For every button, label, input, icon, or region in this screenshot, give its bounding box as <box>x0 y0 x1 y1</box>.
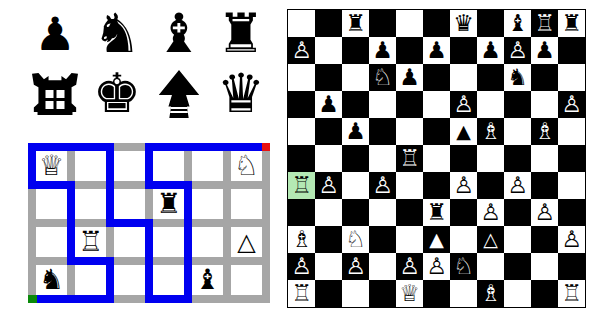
board-cell[interactable]: ♟ <box>477 37 504 64</box>
white-pawn: ♙ <box>345 255 366 278</box>
board-cell[interactable] <box>315 199 342 226</box>
board-cell[interactable]: ♟ <box>369 37 396 64</box>
board-cell[interactable]: ♘ <box>369 64 396 91</box>
maze-piece-white-queen: ♕ <box>36 151 67 181</box>
white-pawn: ♙ <box>453 174 474 197</box>
board-cell[interactable] <box>288 91 315 118</box>
board-cell[interactable] <box>450 145 477 172</box>
board-cell[interactable] <box>315 145 342 172</box>
board-cell[interactable] <box>504 226 531 253</box>
board-cell[interactable] <box>342 199 369 226</box>
board-cell[interactable] <box>396 37 423 64</box>
board-cell[interactable]: ♛ <box>450 10 477 37</box>
black-pawn: ♟ <box>372 39 393 62</box>
board-cell[interactable]: ♞ <box>504 64 531 91</box>
white-rook: ♖ <box>399 147 420 170</box>
board-cell[interactable]: ♟ <box>342 118 369 145</box>
board-cell[interactable] <box>342 64 369 91</box>
board-cell[interactable]: ♖ <box>288 280 315 307</box>
board-cell[interactable] <box>342 145 369 172</box>
maze-piece-black-knight: ♞ <box>36 265 67 295</box>
black-pawn: ♟ <box>534 39 555 62</box>
board-cell[interactable]: ♙ <box>423 253 450 280</box>
piece-legend-panel: ♟♞♝♜♚♛ <box>24 4 276 126</box>
board-cell[interactable]: ♙ <box>504 172 531 199</box>
board-cell[interactable] <box>531 64 558 91</box>
maze-piece-black-bishop: ♝ <box>192 265 223 295</box>
white-queen: ♕ <box>399 282 420 305</box>
board-cell[interactable] <box>369 145 396 172</box>
board-cell[interactable] <box>558 253 585 280</box>
white-bishop: ♗ <box>480 120 501 143</box>
board-cell[interactable]: ♙ <box>369 172 396 199</box>
board-cell[interactable] <box>423 91 450 118</box>
board-cell[interactable] <box>396 10 423 37</box>
white-pawn: ♙ <box>534 201 555 224</box>
board-cell[interactable]: ♙ <box>531 199 558 226</box>
board-cell[interactable]: ♙ <box>450 172 477 199</box>
maze-piece-white-archer: △ <box>231 227 262 257</box>
board-cell[interactable] <box>396 91 423 118</box>
maze-solution-path-segment <box>184 181 192 303</box>
board-cell[interactable] <box>531 253 558 280</box>
white-knight: ♘ <box>372 66 393 89</box>
board-cell[interactable] <box>504 91 531 118</box>
board-cell[interactable] <box>531 172 558 199</box>
board-cell[interactable] <box>369 118 396 145</box>
white-knight: ♘ <box>345 228 366 251</box>
board-cell[interactable]: ♜ <box>558 10 585 37</box>
maze-piece-white-knight: ♘ <box>231 151 262 181</box>
black-tower: ♜ <box>426 201 447 224</box>
board-cell[interactable]: ♗ <box>477 280 504 307</box>
black-archer: ▲ <box>429 230 444 249</box>
board-cell[interactable]: ♜ <box>342 10 369 37</box>
board-cell[interactable]: ♙ <box>342 253 369 280</box>
black-rook-icon: ♜ <box>217 7 265 61</box>
board-cell[interactable]: ♘ <box>342 226 369 253</box>
white-pawn: ♙ <box>426 255 447 278</box>
board-cell[interactable] <box>342 172 369 199</box>
board-cell[interactable] <box>369 199 396 226</box>
board-cell[interactable] <box>288 64 315 91</box>
board-cell[interactable] <box>423 64 450 91</box>
board-cell[interactable] <box>558 64 585 91</box>
board-cell[interactable] <box>315 226 342 253</box>
white-pawn: ♙ <box>291 255 312 278</box>
board-cell[interactable] <box>450 280 477 307</box>
board-cell[interactable] <box>504 253 531 280</box>
board-cell[interactable]: ♖ <box>558 280 585 307</box>
board-cell-highlighted[interactable]: ♖ <box>288 172 315 199</box>
maze-goal-marker <box>262 143 270 151</box>
board-cell[interactable] <box>558 118 585 145</box>
board-cell[interactable] <box>369 10 396 37</box>
board-cell[interactable] <box>477 145 504 172</box>
board-cell[interactable]: ♗ <box>288 226 315 253</box>
black-queen-icon: ♛ <box>217 67 265 121</box>
black-pawn: ♟ <box>345 120 366 143</box>
white-pawn: ♙ <box>318 174 339 197</box>
board-cell[interactable] <box>531 226 558 253</box>
black-archer: ▲ <box>456 122 471 141</box>
board-cell[interactable] <box>315 118 342 145</box>
board-cell[interactable] <box>558 172 585 199</box>
black-bishop: ♝ <box>507 12 528 35</box>
board-cell[interactable]: ♙ <box>504 37 531 64</box>
board-cell[interactable] <box>369 91 396 118</box>
white-pawn: ♙ <box>291 39 312 62</box>
board-cell[interactable] <box>369 253 396 280</box>
black-pawn: ♟ <box>480 39 501 62</box>
black-king-icon: ♚ <box>93 67 141 121</box>
black-rook: ♜ <box>345 12 366 35</box>
black-pawn: ♟ <box>426 39 447 62</box>
board-cell[interactable] <box>450 226 477 253</box>
board-cell[interactable] <box>315 64 342 91</box>
black-pawn: ♟ <box>318 93 339 116</box>
white-pawn: ♙ <box>561 228 582 251</box>
board-cell[interactable]: ♟ <box>396 64 423 91</box>
board-cell[interactable] <box>504 145 531 172</box>
maze-panel: ♕♘♜♖△♞♝ <box>28 143 270 303</box>
white-rook: ♖ <box>291 282 312 305</box>
board-cell[interactable]: ♜ <box>423 199 450 226</box>
board-cell[interactable] <box>477 10 504 37</box>
board-cell[interactable]: ♗ <box>531 118 558 145</box>
board-cell[interactable] <box>396 118 423 145</box>
board-cell[interactable] <box>288 145 315 172</box>
board-cell[interactable] <box>423 280 450 307</box>
maze-solution-path-segment <box>28 295 114 303</box>
board-cell[interactable] <box>288 199 315 226</box>
board-cell[interactable]: ♙ <box>396 253 423 280</box>
board-cell[interactable] <box>396 199 423 226</box>
board-cell[interactable]: ♙ <box>288 253 315 280</box>
maze-piece-black-rook: ♜ <box>153 189 184 219</box>
board-cell[interactable] <box>531 145 558 172</box>
white-rook: ♖ <box>561 282 582 305</box>
black-knight-icon: ♞ <box>93 7 141 61</box>
maze-solution-path-segment <box>67 181 75 265</box>
maze-piece-white-rook: ♖ <box>75 227 106 257</box>
board-cell[interactable]: ♙ <box>450 91 477 118</box>
board-cell[interactable]: ▲ <box>450 118 477 145</box>
black-archer-icon <box>157 70 201 118</box>
white-archer: △ <box>483 230 498 249</box>
board-cell[interactable] <box>477 64 504 91</box>
board-cell[interactable] <box>423 172 450 199</box>
board-cell[interactable]: ♟ <box>531 37 558 64</box>
maze-solution-path-segment <box>106 143 114 227</box>
black-pawn-icon: ♟ <box>34 11 75 57</box>
board-cell[interactable]: ♟ <box>423 37 450 64</box>
board-cell[interactable]: ♙ <box>477 199 504 226</box>
board-cell[interactable] <box>477 91 504 118</box>
board-cell[interactable] <box>342 37 369 64</box>
archer-stripe <box>170 111 188 113</box>
board-cell[interactable]: ♗ <box>477 118 504 145</box>
white-bishop: ♗ <box>480 282 501 305</box>
archer-stripe <box>170 107 188 109</box>
white-pawn: ♙ <box>507 174 528 197</box>
white-pawn: ♙ <box>507 39 528 62</box>
board-cell[interactable] <box>369 226 396 253</box>
white-pawn: ♙ <box>372 174 393 197</box>
board-cell[interactable]: ♙ <box>558 226 585 253</box>
board-cell[interactable] <box>423 10 450 37</box>
tower-windows <box>46 90 65 109</box>
board-cell[interactable] <box>315 10 342 37</box>
board-cell[interactable] <box>369 280 396 307</box>
board-cell[interactable] <box>450 37 477 64</box>
board-cell[interactable] <box>558 145 585 172</box>
white-tower: ♖ <box>534 12 555 35</box>
board-cell[interactable]: ♕ <box>396 280 423 307</box>
board-cell[interactable]: ▲ <box>423 226 450 253</box>
board-cell[interactable] <box>504 118 531 145</box>
black-tower-icon <box>32 73 78 115</box>
board-cell[interactable] <box>558 37 585 64</box>
white-pawn: ♙ <box>561 93 582 116</box>
white-bishop: ♗ <box>291 228 312 251</box>
maze-solution-path-segment <box>145 219 153 303</box>
black-queen: ♛ <box>453 12 474 35</box>
board-cell[interactable] <box>450 199 477 226</box>
white-pawn: ♙ <box>399 255 420 278</box>
board-cell[interactable] <box>396 226 423 253</box>
board-cell[interactable]: ♖ <box>531 10 558 37</box>
board-cell[interactable] <box>423 118 450 145</box>
board-cell[interactable]: ♘ <box>450 253 477 280</box>
white-knight: ♘ <box>453 255 474 278</box>
board-cell[interactable] <box>315 37 342 64</box>
board-cell[interactable] <box>315 280 342 307</box>
board-cell[interactable] <box>450 64 477 91</box>
board-cell[interactable]: △ <box>477 226 504 253</box>
board-cell[interactable]: ♙ <box>288 37 315 64</box>
board-cell[interactable] <box>315 253 342 280</box>
screenshot-stage: ♟♞♝♜♚♛ ♕♘♜♖△♞♝ ♜♛♝♖♜♙♟♟♟♙♟♘♟♞♟♙♙♟▲♗♗♖♖♙♙… <box>0 0 600 314</box>
board-cell[interactable]: ♙ <box>558 91 585 118</box>
board-cell[interactable] <box>477 253 504 280</box>
board-cell[interactable] <box>342 91 369 118</box>
white-pawn: ♙ <box>480 201 501 224</box>
white-tower: ♖ <box>291 174 312 197</box>
board-cell[interactable] <box>423 145 450 172</box>
board-cell[interactable] <box>288 10 315 37</box>
white-bishop: ♗ <box>534 120 555 143</box>
chess-board: ♜♛♝♖♜♙♟♟♟♙♟♘♟♞♟♙♙♟▲♗♗♖♖♙♙♙♙♜♙♙♗♘▲△♙♙♙♙♙♘… <box>287 9 586 308</box>
board-cell[interactable] <box>504 199 531 226</box>
board-cell[interactable]: ♝ <box>504 10 531 37</box>
board-cell[interactable] <box>504 280 531 307</box>
black-pawn: ♟ <box>399 66 420 89</box>
board-cell[interactable] <box>531 280 558 307</box>
black-bishop-icon: ♝ <box>155 7 203 61</box>
maze-start-marker <box>28 295 37 303</box>
board-cell[interactable] <box>342 280 369 307</box>
board-cell[interactable]: ♖ <box>396 145 423 172</box>
black-knight: ♞ <box>507 66 528 89</box>
white-pawn: ♙ <box>453 93 474 116</box>
board-cell[interactable] <box>558 199 585 226</box>
board-cell[interactable]: ♟ <box>315 91 342 118</box>
board-cell[interactable] <box>531 91 558 118</box>
board-cell[interactable] <box>288 118 315 145</box>
black-rook: ♜ <box>561 12 582 35</box>
board-cell[interactable] <box>477 172 504 199</box>
board-cell[interactable] <box>396 172 423 199</box>
board-cell[interactable]: ♙ <box>315 172 342 199</box>
